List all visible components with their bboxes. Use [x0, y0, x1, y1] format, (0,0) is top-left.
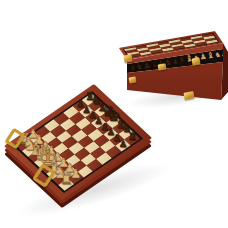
piece-white-pawn: ♟ — [58, 156, 69, 168]
piece-black-rook: ♜ — [85, 91, 94, 101]
piece-white-rook: ♜ — [60, 172, 73, 187]
piece-black-pawn: ♟ — [119, 138, 128, 148]
piece-white-pawn: ♟ — [46, 145, 57, 157]
piece-black-pawn: ♟ — [100, 121, 109, 131]
piece-black-pawn: ♟ — [82, 104, 91, 114]
piece-black-king: ♚ — [107, 109, 121, 124]
piece-black-pawn: ♟ — [76, 98, 85, 108]
piece-white-pawn: ♟ — [64, 162, 75, 174]
piece-white-knight: ♞ — [22, 136, 37, 153]
piece-black-bishop: ♝ — [96, 100, 107, 112]
piece-white-pawn: ♟ — [34, 134, 45, 146]
piece-black-pawn: ♟ — [88, 110, 97, 120]
piece-black-bishop: ♝ — [115, 117, 126, 129]
piece-white-pawn: ♟ — [70, 168, 81, 180]
chess-board: ♜♞♝♛♚♝♞♜♟♟♟♟♟♟♟♟♟♟♟♟♟♟♟♟♜♞♝♛♚♝♞♜ — [0, 0, 228, 228]
piece-black-pawn: ♟ — [113, 132, 122, 142]
piece-white-queen: ♛ — [32, 143, 51, 164]
piece-black-knight: ♞ — [91, 95, 101, 107]
piece-black-pawn: ♟ — [106, 127, 115, 137]
piece-black-pawn: ♟ — [94, 115, 103, 125]
product-photo-scene: ♜♞♟♝♟♞♟♜♝♞♟♝♞♟ ♜♞♝♛♚♝♞♜♟♟♟♟♟♟♟♟♟♟♟♟♟♟♟♟♜… — [0, 0, 228, 228]
piece-white-pawn: ♟ — [27, 128, 38, 140]
piece-white-pawn: ♟ — [52, 151, 63, 163]
piece-black-queen: ♛ — [102, 104, 115, 118]
piece-white-bishop: ♝ — [28, 140, 44, 158]
piece-black-knight: ♞ — [121, 124, 131, 136]
piece-black-rook: ♜ — [128, 131, 137, 141]
piece-white-pawn: ♟ — [40, 139, 51, 151]
chess-pieces: ♜♞♝♛♚♝♞♜♟♟♟♟♟♟♟♟♟♟♟♟♟♟♟♟♜♞♝♛♚♝♞♜ — [0, 0, 228, 228]
